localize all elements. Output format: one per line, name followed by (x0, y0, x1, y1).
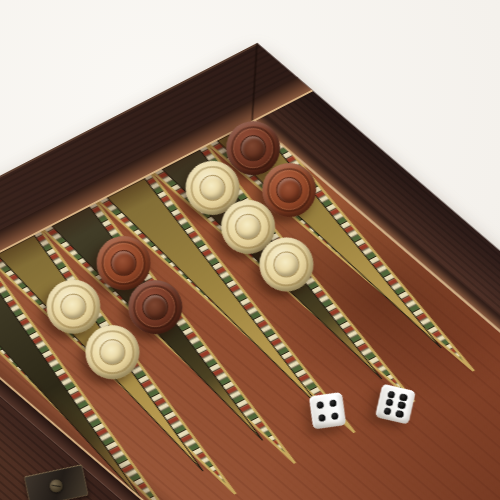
backgammon-board (0, 43, 500, 500)
checker-hub (200, 175, 226, 201)
die-pip (316, 401, 324, 409)
checker-brown[interactable] (226, 121, 280, 175)
checker-hub (273, 251, 299, 277)
checker-hub (276, 177, 302, 203)
checker-hub (111, 250, 137, 276)
die-pip (397, 401, 406, 410)
checker-cream[interactable] (259, 237, 313, 291)
checker-hub (235, 214, 261, 240)
checker-cream[interactable] (85, 325, 139, 379)
checker-hub (60, 294, 86, 320)
die-pip (387, 390, 396, 399)
die-pip (317, 414, 325, 422)
die-pip (329, 399, 337, 407)
checker-hub (240, 135, 266, 161)
hinge-screw-icon (48, 478, 63, 493)
photo-scene (0, 0, 500, 500)
die-pip (399, 393, 408, 402)
die-pip (383, 407, 392, 416)
die-pip (330, 412, 338, 420)
checker-brown[interactable] (128, 280, 182, 334)
checker-brown[interactable] (262, 163, 316, 217)
die-pip (395, 409, 404, 418)
die-1-value-4[interactable] (308, 392, 345, 429)
checker-hub (99, 339, 125, 365)
die-pip (385, 398, 394, 407)
checker-hub (142, 294, 168, 320)
checker-cream[interactable] (46, 280, 100, 334)
